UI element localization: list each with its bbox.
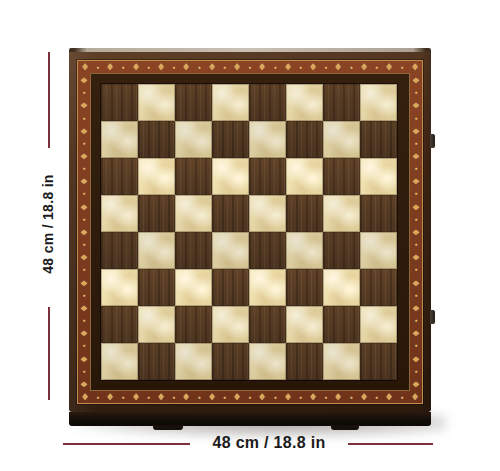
inlay-dot-icon: ● (299, 65, 302, 70)
inlay-diamond-icon: ◆ (81, 127, 87, 134)
inlay-diamond-icon: ◆ (133, 393, 138, 401)
square-g1 (323, 343, 360, 380)
inlay-dot-icon: ● (414, 141, 417, 146)
inlay-dot-icon: ● (223, 65, 226, 70)
inlay-dot-icon: ● (82, 116, 85, 121)
inlay-diamond-icon: ◆ (413, 279, 419, 286)
inlay-dot-icon: ● (198, 395, 201, 400)
square-c2 (175, 306, 212, 343)
inlay-dot-icon: ● (82, 318, 85, 323)
square-c7 (175, 121, 212, 158)
square-e1 (249, 343, 286, 380)
square-f6 (286, 158, 323, 195)
height-dimension-label: 48 cm / 18.8 in (40, 144, 56, 304)
inlay-dot-icon: ● (400, 65, 403, 70)
square-e5 (249, 195, 286, 232)
inlay-dot-icon: ● (82, 141, 85, 146)
inlay-diamond-icon: ◆ (413, 127, 419, 134)
inlay-diamond-icon: ◆ (81, 153, 87, 160)
inlay-diamond-icon: ◆ (413, 229, 419, 236)
inlay-dot-icon: ● (122, 65, 125, 70)
board-frame: ◆●◆●◆●◆●◆●◆●◆●◆●◆●◆●◆●◆●◆●◆ ◆●◆●◆●◆●◆●◆●… (69, 52, 431, 412)
square-a1 (101, 343, 138, 380)
square-e2 (249, 306, 286, 343)
square-h2 (360, 306, 397, 343)
inlay-diamond-icon: ◆ (209, 63, 214, 71)
inlay-diamond-icon: ◆ (413, 380, 419, 387)
inlay-dot-icon: ● (274, 395, 277, 400)
square-c5 (175, 195, 212, 232)
inlay-diamond-icon: ◆ (285, 63, 290, 71)
square-b4 (138, 232, 175, 269)
inlay-border: ◆●◆●◆●◆●◆●◆●◆●◆●◆●◆●◆●◆●◆●◆ ◆●◆●◆●◆●◆●◆●… (77, 60, 423, 404)
inlay-diamond-icon: ◆ (413, 153, 419, 160)
inlay-diamond-icon: ◆ (413, 254, 419, 261)
inlay-diamond-icon: ◆ (336, 63, 341, 71)
inlay-dot-icon: ● (82, 217, 85, 222)
inlay-diamond-icon: ◆ (412, 63, 417, 71)
hinge-bottom (430, 310, 435, 324)
width-dimension-line-left (63, 443, 190, 445)
square-e7 (249, 121, 286, 158)
inlay-dot-icon: ● (82, 90, 85, 95)
inlay-dot-icon: ● (414, 191, 417, 196)
square-c1 (175, 343, 212, 380)
square-h8 (360, 84, 397, 121)
inlay-diamond-icon: ◆ (82, 63, 87, 71)
inlay-dot-icon: ● (375, 65, 378, 70)
inlay-dot-icon: ● (324, 395, 327, 400)
inlay-diamond-icon: ◆ (81, 380, 87, 387)
inlay-dot-icon: ● (82, 293, 85, 298)
width-dimension-line-right (348, 443, 433, 445)
inlay-dot-icon: ● (82, 267, 85, 272)
square-c4 (175, 232, 212, 269)
square-g2 (323, 306, 360, 343)
square-e6 (249, 158, 286, 195)
inlay-diamond-icon: ◆ (81, 355, 87, 362)
square-b8 (138, 84, 175, 121)
inlay-dot-icon: ● (82, 242, 85, 247)
square-h6 (360, 158, 397, 195)
square-a3 (101, 269, 138, 306)
inlay-diamond-icon: ◆ (81, 203, 87, 210)
inner-frame-band (90, 73, 410, 391)
inlay-dot-icon: ● (414, 217, 417, 222)
inlay-diamond-icon: ◆ (413, 102, 419, 109)
square-f7 (286, 121, 323, 158)
inlay-diamond-icon: ◆ (336, 393, 341, 401)
inlay-diamond-icon: ◆ (108, 63, 113, 71)
inlay-diamond-icon: ◆ (184, 393, 189, 401)
inlay-diamond-icon: ◆ (184, 63, 189, 71)
inlay-diamond-icon: ◆ (81, 77, 87, 84)
square-f4 (286, 232, 323, 269)
inlay-diamond-icon: ◆ (387, 393, 392, 401)
inlay-diamond-icon: ◆ (235, 63, 240, 71)
inlay-diamond-icon: ◆ (235, 393, 240, 401)
inlay-diamond-icon: ◆ (311, 393, 316, 401)
inlay-border-right: ◆●◆●◆●◆●◆●◆●◆●◆●◆●◆●◆●◆●◆ (410, 73, 422, 391)
square-b6 (138, 158, 175, 195)
inlay-dot-icon: ● (414, 343, 417, 348)
square-e4 (249, 232, 286, 269)
inlay-dot-icon: ● (82, 343, 85, 348)
inlay-diamond-icon: ◆ (82, 393, 87, 401)
inlay-dot-icon: ● (172, 65, 175, 70)
inlay-diamond-icon: ◆ (81, 102, 87, 109)
inlay-diamond-icon: ◆ (361, 393, 366, 401)
square-g7 (323, 121, 360, 158)
square-d2 (212, 306, 249, 343)
square-a7 (101, 121, 138, 158)
inlay-diamond-icon: ◆ (81, 304, 87, 311)
square-g4 (323, 232, 360, 269)
inlay-diamond-icon: ◆ (260, 393, 265, 401)
square-h5 (360, 195, 397, 232)
square-b1 (138, 343, 175, 380)
inlay-dot-icon: ● (414, 267, 417, 272)
square-e8 (249, 84, 286, 121)
inlay-dot-icon: ● (122, 395, 125, 400)
inlay-diamond-icon: ◆ (260, 63, 265, 71)
square-h3 (360, 269, 397, 306)
height-dimension-line-upper (48, 52, 50, 148)
inlay-dot-icon: ● (223, 395, 226, 400)
square-c6 (175, 158, 212, 195)
square-f2 (286, 306, 323, 343)
square-d3 (212, 269, 249, 306)
inlay-dot-icon: ● (414, 293, 417, 298)
square-f8 (286, 84, 323, 121)
inlay-diamond-icon: ◆ (413, 77, 419, 84)
square-g5 (323, 195, 360, 232)
inlay-diamond-icon: ◆ (159, 63, 164, 71)
square-e3 (249, 269, 286, 306)
square-d1 (212, 343, 249, 380)
inlay-diamond-icon: ◆ (413, 304, 419, 311)
inlay-diamond-icon: ◆ (361, 63, 366, 71)
inlay-dot-icon: ● (248, 395, 251, 400)
inlay-dot-icon: ● (299, 395, 302, 400)
inlay-dot-icon: ● (82, 369, 85, 374)
inlay-dot-icon: ● (350, 395, 353, 400)
chess-board: ◆●◆●◆●◆●◆●◆●◆●◆●◆●◆●◆●◆●◆●◆ ◆●◆●◆●◆●◆●◆●… (69, 48, 431, 426)
square-d7 (212, 121, 249, 158)
inlay-border-top: ◆●◆●◆●◆●◆●◆●◆●◆●◆●◆●◆●◆●◆●◆ (78, 61, 422, 73)
inlay-dot-icon: ● (375, 395, 378, 400)
inlay-diamond-icon: ◆ (81, 254, 87, 261)
inlay-dot-icon: ● (324, 65, 327, 70)
square-a4 (101, 232, 138, 269)
square-g8 (323, 84, 360, 121)
inlay-diamond-icon: ◆ (209, 393, 214, 401)
inlay-diamond-icon: ◆ (311, 63, 316, 71)
inlay-dot-icon: ● (198, 65, 201, 70)
square-h7 (360, 121, 397, 158)
square-d8 (212, 84, 249, 121)
inlay-diamond-icon: ◆ (108, 393, 113, 401)
square-d4 (212, 232, 249, 269)
hinge-top (430, 134, 435, 148)
square-b7 (138, 121, 175, 158)
inlay-dot-icon: ● (414, 242, 417, 247)
inlay-dot-icon: ● (414, 90, 417, 95)
inlay-dot-icon: ● (82, 191, 85, 196)
inlay-dot-icon: ● (400, 395, 403, 400)
board-bottom-edge (69, 412, 431, 426)
square-d6 (212, 158, 249, 195)
inlay-diamond-icon: ◆ (413, 203, 419, 210)
square-g6 (323, 158, 360, 195)
height-dimension-line-lower (48, 307, 50, 400)
square-b2 (138, 306, 175, 343)
inlay-dot-icon: ● (147, 65, 150, 70)
square-a8 (101, 84, 138, 121)
square-a2 (101, 306, 138, 343)
inlay-dot-icon: ● (172, 395, 175, 400)
square-f5 (286, 195, 323, 232)
inlay-border-bottom: ◆●◆●◆●◆●◆●◆●◆●◆●◆●◆●◆●◆●◆●◆ (78, 391, 422, 403)
inlay-dot-icon: ● (96, 395, 99, 400)
inlay-dot-icon: ● (274, 65, 277, 70)
inlay-diamond-icon: ◆ (412, 393, 417, 401)
inlay-diamond-icon: ◆ (413, 355, 419, 362)
square-g3 (323, 269, 360, 306)
inlay-diamond-icon: ◆ (81, 229, 87, 236)
inlay-diamond-icon: ◆ (387, 63, 392, 71)
playing-area (101, 84, 397, 380)
inlay-diamond-icon: ◆ (413, 330, 419, 337)
inlay-dot-icon: ● (350, 65, 353, 70)
inlay-dot-icon: ● (414, 166, 417, 171)
board-foot-right (331, 425, 359, 430)
inlay-dot-icon: ● (414, 318, 417, 323)
square-h1 (360, 343, 397, 380)
board-foot-left (153, 425, 183, 430)
inlay-dot-icon: ● (147, 395, 150, 400)
inlay-diamond-icon: ◆ (133, 63, 138, 71)
inlay-dot-icon: ● (414, 369, 417, 374)
inlay-dot-icon: ● (96, 65, 99, 70)
inlay-diamond-icon: ◆ (413, 178, 419, 185)
inlay-dot-icon: ● (248, 65, 251, 70)
product-photo: ◆●◆●◆●◆●◆●◆●◆●◆●◆●◆●◆●◆●◆●◆ ◆●◆●◆●◆●◆●◆●… (0, 0, 500, 471)
inlay-diamond-icon: ◆ (81, 330, 87, 337)
inlay-diamond-icon: ◆ (159, 393, 164, 401)
inlay-diamond-icon: ◆ (81, 279, 87, 286)
width-dimension-label: 48 cm / 18.8 in (190, 434, 348, 452)
inlay-diamond-icon: ◆ (81, 178, 87, 185)
inlay-border-left: ◆●◆●◆●◆●◆●◆●◆●◆●◆●◆●◆●◆●◆ (78, 73, 90, 391)
square-f1 (286, 343, 323, 380)
inlay-dot-icon: ● (82, 166, 85, 171)
square-d5 (212, 195, 249, 232)
square-b5 (138, 195, 175, 232)
inlay-diamond-icon: ◆ (285, 393, 290, 401)
square-h4 (360, 232, 397, 269)
square-c8 (175, 84, 212, 121)
square-a6 (101, 158, 138, 195)
square-f3 (286, 269, 323, 306)
square-c3 (175, 269, 212, 306)
inlay-dot-icon: ● (414, 116, 417, 121)
square-a5 (101, 195, 138, 232)
square-b3 (138, 269, 175, 306)
